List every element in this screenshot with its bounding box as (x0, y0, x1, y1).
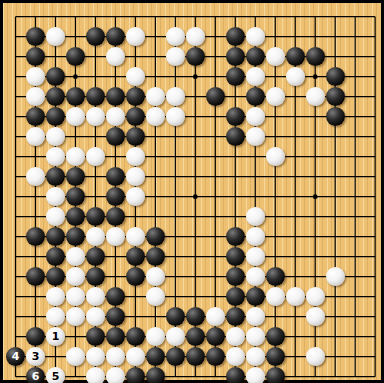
black-stone (226, 247, 245, 266)
white-stone (46, 207, 65, 226)
black-stone (326, 67, 345, 86)
black-stone (266, 367, 285, 383)
black-stone (286, 47, 305, 66)
white-stone (326, 267, 345, 286)
white-stone (106, 367, 125, 383)
white-stone (246, 27, 265, 46)
black-stone (46, 167, 65, 186)
black-stone: 6 (26, 367, 45, 383)
black-stone (266, 347, 285, 366)
white-stone: 5 (46, 367, 65, 383)
star-point (313, 74, 318, 79)
black-stone (226, 307, 245, 326)
black-stone (186, 327, 205, 346)
black-stone (186, 347, 205, 366)
white-stone (46, 187, 65, 206)
black-stone (66, 167, 85, 186)
white-stone (166, 107, 185, 126)
black-stone (126, 127, 145, 146)
black-stone (106, 207, 125, 226)
white-stone (286, 287, 305, 306)
move-number-label: 6 (32, 371, 40, 382)
black-stone (26, 327, 45, 346)
black-stone (46, 247, 65, 266)
white-stone (306, 287, 325, 306)
white-stone (246, 347, 265, 366)
white-stone (106, 47, 125, 66)
white-stone (26, 127, 45, 146)
white-stone (46, 27, 65, 46)
white-stone (106, 347, 125, 366)
white-stone (306, 307, 325, 326)
white-stone (266, 47, 285, 66)
white-stone (126, 347, 145, 366)
black-stone (186, 307, 205, 326)
white-stone (86, 227, 105, 246)
black-stone (66, 87, 85, 106)
white-stone (66, 267, 85, 286)
white-stone (206, 307, 225, 326)
black-stone (226, 267, 245, 286)
white-stone (46, 287, 65, 306)
black-stone (46, 107, 65, 126)
white-stone (246, 367, 265, 383)
black-stone (246, 287, 265, 306)
black-stone (106, 307, 125, 326)
white-stone (246, 267, 265, 286)
white-stone: 3 (26, 347, 45, 366)
white-stone (106, 107, 125, 126)
black-stone (206, 327, 225, 346)
white-stone (126, 187, 145, 206)
move-number-label: 5 (52, 371, 60, 382)
white-stone (246, 67, 265, 86)
black-stone (26, 267, 45, 286)
black-stone (126, 367, 145, 383)
white-stone: 1 (46, 327, 65, 346)
black-stone (226, 27, 245, 46)
black-stone (226, 107, 245, 126)
black-stone (146, 347, 165, 366)
white-stone (146, 327, 165, 346)
white-stone (126, 227, 145, 246)
white-stone (246, 307, 265, 326)
white-stone (266, 87, 285, 106)
black-stone (226, 227, 245, 246)
white-stone (246, 127, 265, 146)
white-stone (86, 107, 105, 126)
go-board[interactable]: 14365 (0, 0, 384, 383)
white-stone (306, 347, 325, 366)
move-number-label: 1 (52, 331, 60, 342)
black-stone (326, 107, 345, 126)
white-stone (226, 327, 245, 346)
black-stone (226, 67, 245, 86)
white-stone (146, 87, 165, 106)
white-stone (166, 27, 185, 46)
black-stone (306, 47, 325, 66)
black-stone (106, 327, 125, 346)
black-stone (146, 367, 165, 383)
black-stone (46, 227, 65, 246)
white-stone (86, 367, 105, 383)
white-stone (26, 167, 45, 186)
white-stone (126, 27, 145, 46)
white-stone (246, 247, 265, 266)
star-point (193, 74, 198, 79)
black-stone (126, 247, 145, 266)
black-stone (46, 87, 65, 106)
black-stone (226, 127, 245, 146)
star-point (73, 74, 78, 79)
white-stone (86, 347, 105, 366)
black-stone (46, 67, 65, 86)
white-stone (266, 147, 285, 166)
black-stone (86, 247, 105, 266)
white-stone (246, 207, 265, 226)
black-stone (86, 27, 105, 46)
black-stone (106, 127, 125, 146)
black-stone (166, 307, 185, 326)
star-point (313, 194, 318, 199)
white-stone (126, 147, 145, 166)
black-stone (106, 187, 125, 206)
white-stone (246, 107, 265, 126)
black-stone (26, 227, 45, 246)
black-stone (46, 267, 65, 286)
black-stone (86, 207, 105, 226)
white-stone (86, 147, 105, 166)
black-stone (126, 327, 145, 346)
white-stone (46, 147, 65, 166)
white-stone (306, 87, 325, 106)
white-stone (86, 307, 105, 326)
black-stone (186, 47, 205, 66)
move-number-label: 3 (32, 351, 40, 362)
black-stone (226, 287, 245, 306)
black-stone (126, 267, 145, 286)
white-stone (146, 287, 165, 306)
black-stone (66, 207, 85, 226)
white-stone (66, 287, 85, 306)
black-stone (86, 267, 105, 286)
go-game-diagram: 14365 (0, 0, 384, 383)
move-number-label: 4 (12, 351, 20, 362)
white-stone (66, 107, 85, 126)
white-stone (166, 87, 185, 106)
black-stone (166, 347, 185, 366)
white-stone (66, 247, 85, 266)
white-stone (186, 27, 205, 46)
black-stone (326, 87, 345, 106)
black-stone (126, 87, 145, 106)
black-stone (106, 87, 125, 106)
black-stone (146, 247, 165, 266)
black-stone (246, 87, 265, 106)
black-stone (266, 327, 285, 346)
black-stone (126, 107, 145, 126)
white-stone (266, 287, 285, 306)
black-stone (226, 367, 245, 383)
white-stone (246, 227, 265, 246)
black-stone (26, 47, 45, 66)
black-stone (66, 227, 85, 246)
white-stone (66, 307, 85, 326)
white-stone (26, 87, 45, 106)
black-stone (66, 47, 85, 66)
white-stone (166, 47, 185, 66)
white-stone (126, 67, 145, 86)
black-stone (26, 27, 45, 46)
white-stone (146, 107, 165, 126)
black-stone (106, 167, 125, 186)
black-stone: 4 (6, 347, 25, 366)
black-stone (146, 227, 165, 246)
white-stone (226, 347, 245, 366)
white-stone (246, 327, 265, 346)
white-stone (46, 307, 65, 326)
black-stone (86, 327, 105, 346)
black-stone (86, 87, 105, 106)
black-stone (266, 267, 285, 286)
black-stone (206, 347, 225, 366)
white-stone (86, 287, 105, 306)
black-stone (106, 27, 125, 46)
white-stone (166, 327, 185, 346)
white-stone (146, 267, 165, 286)
black-stone (206, 87, 225, 106)
star-point (193, 194, 198, 199)
black-stone (26, 107, 45, 126)
white-stone (286, 67, 305, 86)
black-stone (106, 287, 125, 306)
white-stone (106, 227, 125, 246)
black-stone (246, 47, 265, 66)
white-stone (46, 127, 65, 146)
black-stone (66, 187, 85, 206)
white-stone (26, 67, 45, 86)
white-stone (66, 147, 85, 166)
white-stone (66, 347, 85, 366)
black-stone (226, 47, 245, 66)
white-stone (126, 167, 145, 186)
